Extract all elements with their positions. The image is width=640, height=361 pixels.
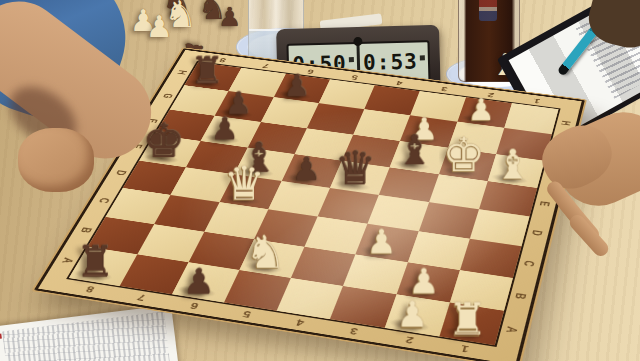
- square-d6[interactable]: ♛: [219, 174, 281, 209]
- captured-black-pawn: ♟: [218, 4, 241, 30]
- piece-white-king-f2[interactable]: ♚: [438, 132, 488, 177]
- clock-emblem-icon: [353, 37, 362, 46]
- piece-white-queen-d6[interactable]: ♛: [219, 161, 270, 205]
- square-a1[interactable]: ♜: [439, 302, 504, 345]
- tournament-scene: ♞♟♟♞♞♟♟ ♝ 0:50 0:53 87654321 87654321 HG…: [0, 0, 640, 361]
- piece-white-pawn-c3[interactable]: ♟: [355, 226, 408, 258]
- piece-white-rook-a1[interactable]: ♜: [439, 298, 495, 341]
- piece-black-pawn-a6[interactable]: ♟: [171, 265, 226, 298]
- right-time-value: 0:53: [363, 49, 418, 74]
- square-d4[interactable]: [318, 188, 379, 224]
- piece-black-rook-a8[interactable]: ♜: [68, 241, 122, 282]
- left-player-hand: [18, 128, 94, 192]
- glass-crest-icon: [479, 0, 497, 21]
- square-d5[interactable]: [268, 181, 330, 217]
- piece-white-knight-b5[interactable]: ♞: [239, 230, 293, 274]
- left-flag-icon: [349, 57, 354, 62]
- piece-black-bishop-f3[interactable]: ♝: [390, 132, 440, 170]
- captured-white-knight: ♞: [164, 0, 197, 33]
- piece-white-pawn-a2[interactable]: ♟: [384, 298, 440, 332]
- piece-black-pawn-e5[interactable]: ♟: [281, 154, 331, 184]
- scoresheet-logo: [0, 334, 2, 340]
- right-flag-icon: [420, 55, 425, 60]
- piece-black-queen-e4[interactable]: ♛: [330, 148, 380, 192]
- clock-right-time: 0:53: [360, 49, 429, 75]
- square-b5[interactable]: ♞: [239, 239, 304, 278]
- scoresheet-bottom-left: [0, 305, 180, 361]
